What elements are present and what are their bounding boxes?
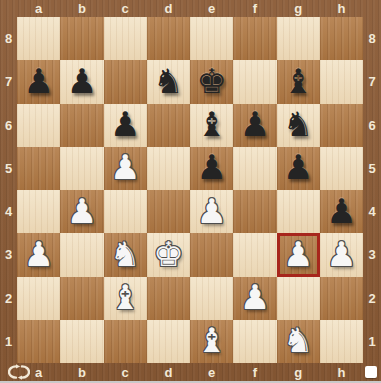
black-knight[interactable]: ♞ xyxy=(283,107,313,141)
square-d7[interactable]: ♞ xyxy=(147,60,190,103)
rank-label-2: 2 xyxy=(0,277,17,320)
rank-labels-right: 87654321 xyxy=(363,17,381,363)
rank-labels-left: 87654321 xyxy=(0,17,17,363)
file-label-g: g xyxy=(277,0,320,17)
square-e7[interactable]: ♚ xyxy=(190,60,233,103)
file-labels-top: abcdefgh xyxy=(17,0,363,17)
square-c3[interactable]: ♞ xyxy=(104,233,147,276)
white-pawn[interactable]: ♟ xyxy=(196,194,226,228)
black-pawn[interactable]: ♟ xyxy=(196,150,226,184)
square-f6[interactable]: ♟ xyxy=(233,104,276,147)
square-f5[interactable] xyxy=(233,147,276,190)
rank-label-2: 2 xyxy=(363,277,381,320)
rank-label-4: 4 xyxy=(363,190,381,233)
square-a7[interactable]: ♟ xyxy=(17,60,60,103)
white-to-move-indicator xyxy=(365,366,377,378)
white-pawn[interactable]: ♟ xyxy=(67,194,97,228)
rank-label-8: 8 xyxy=(0,17,17,60)
square-h3[interactable]: ♟ xyxy=(320,233,363,276)
square-g7[interactable]: ♝ xyxy=(277,60,320,103)
square-f2[interactable]: ♟ xyxy=(233,277,276,320)
rank-label-7: 7 xyxy=(363,60,381,103)
file-label-d: d xyxy=(147,363,190,381)
black-bishop[interactable]: ♝ xyxy=(283,64,313,98)
file-label-h: h xyxy=(320,0,363,17)
black-pawn[interactable]: ♟ xyxy=(23,64,53,98)
black-king[interactable]: ♚ xyxy=(196,64,226,98)
square-a1[interactable] xyxy=(17,320,60,363)
square-g6[interactable]: ♞ xyxy=(277,104,320,147)
file-labels-bottom: abcdefgh xyxy=(17,363,363,381)
square-c6[interactable]: ♟ xyxy=(104,104,147,147)
white-knight[interactable]: ♞ xyxy=(110,237,140,271)
black-pawn[interactable]: ♟ xyxy=(67,64,97,98)
white-bishop[interactable]: ♝ xyxy=(110,280,140,314)
file-label-f: f xyxy=(233,0,276,17)
square-a2[interactable] xyxy=(17,277,60,320)
file-label-d: d xyxy=(147,0,190,17)
file-label-g: g xyxy=(277,363,320,381)
square-f4[interactable] xyxy=(233,190,276,233)
white-knight[interactable]: ♞ xyxy=(283,323,313,357)
square-g5[interactable]: ♟ xyxy=(277,147,320,190)
rank-label-1: 1 xyxy=(363,320,381,363)
square-d6[interactable] xyxy=(147,104,190,147)
square-g1[interactable]: ♞ xyxy=(277,320,320,363)
square-h4[interactable]: ♟ xyxy=(320,190,363,233)
square-e8[interactable] xyxy=(190,17,233,60)
square-h5[interactable] xyxy=(320,147,363,190)
square-d4[interactable] xyxy=(147,190,190,233)
file-label-b: b xyxy=(60,363,103,381)
square-b2[interactable] xyxy=(60,277,103,320)
square-d8[interactable] xyxy=(147,17,190,60)
black-knight[interactable]: ♞ xyxy=(153,64,183,98)
square-a4[interactable] xyxy=(17,190,60,233)
square-b7[interactable]: ♟ xyxy=(60,60,103,103)
black-pawn[interactable]: ♟ xyxy=(110,107,140,141)
square-f3[interactable] xyxy=(233,233,276,276)
file-label-c: c xyxy=(104,363,147,381)
square-g8[interactable] xyxy=(277,17,320,60)
chess-board[interactable]: ♟♟♞♚♝♟♝♟♞♟♟♟♟♟♟♟♞♚♟♟♝♟♝♞ xyxy=(17,17,363,363)
file-label-a: a xyxy=(17,0,60,17)
file-label-e: e xyxy=(190,0,233,17)
square-e5[interactable]: ♟ xyxy=(190,147,233,190)
white-pawn[interactable]: ♟ xyxy=(23,237,53,271)
square-a3[interactable]: ♟ xyxy=(17,233,60,276)
white-pawn[interactable]: ♟ xyxy=(326,237,356,271)
square-h2[interactable] xyxy=(320,277,363,320)
square-c8[interactable] xyxy=(104,17,147,60)
black-bishop[interactable]: ♝ xyxy=(196,107,226,141)
rank-label-6: 6 xyxy=(363,104,381,147)
black-pawn[interactable]: ♟ xyxy=(240,107,270,141)
square-b4[interactable]: ♟ xyxy=(60,190,103,233)
file-label-c: c xyxy=(104,0,147,17)
rank-label-4: 4 xyxy=(0,190,17,233)
white-pawn[interactable]: ♟ xyxy=(283,237,313,271)
square-b8[interactable] xyxy=(60,17,103,60)
square-g3[interactable]: ♟ xyxy=(277,233,320,276)
square-g2[interactable] xyxy=(277,277,320,320)
file-label-b: b xyxy=(60,0,103,17)
rank-label-5: 5 xyxy=(0,147,17,190)
square-e6[interactable]: ♝ xyxy=(190,104,233,147)
square-e4[interactable]: ♟ xyxy=(190,190,233,233)
rank-label-8: 8 xyxy=(363,17,381,60)
flip-board-button[interactable] xyxy=(8,364,30,380)
rank-label-3: 3 xyxy=(363,233,381,276)
square-h6[interactable] xyxy=(320,104,363,147)
square-c7[interactable] xyxy=(104,60,147,103)
square-b5[interactable] xyxy=(60,147,103,190)
square-c1[interactable] xyxy=(104,320,147,363)
black-pawn[interactable]: ♟ xyxy=(326,194,356,228)
board-frame: abcdefgh 87654321 ♟♟♞♚♝♟♝♟♞♟♟♟♟♟♟♟♞♚♟♟♝♟… xyxy=(0,0,381,381)
square-h7[interactable] xyxy=(320,60,363,103)
square-d5[interactable] xyxy=(147,147,190,190)
square-h8[interactable] xyxy=(320,17,363,60)
square-b6[interactable] xyxy=(60,104,103,147)
square-f1[interactable] xyxy=(233,320,276,363)
rank-label-1: 1 xyxy=(0,320,17,363)
square-b3[interactable] xyxy=(60,233,103,276)
black-pawn[interactable]: ♟ xyxy=(283,150,313,184)
chess-app: abcdefgh 87654321 ♟♟♞♚♝♟♝♟♞♟♟♟♟♟♟♟♞♚♟♟♝♟… xyxy=(0,0,381,383)
square-e1[interactable]: ♝ xyxy=(190,320,233,363)
square-a6[interactable] xyxy=(17,104,60,147)
square-e3[interactable] xyxy=(190,233,233,276)
rank-label-5: 5 xyxy=(363,147,381,190)
square-c4[interactable] xyxy=(104,190,147,233)
rank-label-6: 6 xyxy=(0,104,17,147)
rank-label-7: 7 xyxy=(0,60,17,103)
rank-label-3: 3 xyxy=(0,233,17,276)
square-f7[interactable] xyxy=(233,60,276,103)
square-c5[interactable]: ♟ xyxy=(104,147,147,190)
white-king[interactable]: ♚ xyxy=(153,237,183,271)
square-h1[interactable] xyxy=(320,320,363,363)
rotate-arrows-icon xyxy=(8,364,30,380)
square-g4[interactable] xyxy=(277,190,320,233)
file-label-f: f xyxy=(233,363,276,381)
white-pawn[interactable]: ♟ xyxy=(240,280,270,314)
white-bishop[interactable]: ♝ xyxy=(196,323,226,357)
file-label-e: e xyxy=(190,363,233,381)
square-a8[interactable] xyxy=(17,17,60,60)
square-d2[interactable] xyxy=(147,277,190,320)
square-c2[interactable]: ♝ xyxy=(104,277,147,320)
square-d3[interactable]: ♚ xyxy=(147,233,190,276)
square-d1[interactable] xyxy=(147,320,190,363)
square-e2[interactable] xyxy=(190,277,233,320)
square-f8[interactable] xyxy=(233,17,276,60)
white-pawn[interactable]: ♟ xyxy=(110,150,140,184)
file-label-h: h xyxy=(320,363,363,381)
square-a5[interactable] xyxy=(17,147,60,190)
square-b1[interactable] xyxy=(60,320,103,363)
